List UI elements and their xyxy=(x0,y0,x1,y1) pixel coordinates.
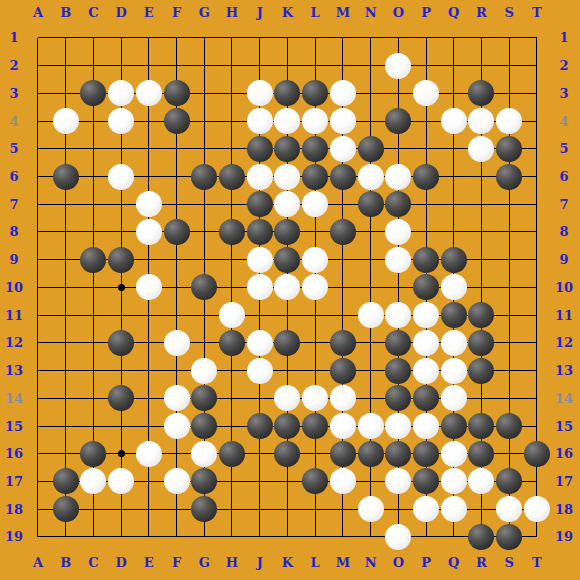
intersection-A1[interactable] xyxy=(24,24,52,52)
intersection-N11[interactable] xyxy=(357,301,385,329)
intersection-H1[interactable] xyxy=(218,24,246,52)
intersection-M2[interactable] xyxy=(329,52,357,80)
intersection-T2[interactable] xyxy=(523,52,551,80)
intersection-L6[interactable] xyxy=(301,163,329,191)
intersection-G2[interactable] xyxy=(190,52,218,80)
intersection-R2[interactable] xyxy=(468,52,496,80)
intersection-Q18[interactable] xyxy=(440,495,468,523)
intersection-F7[interactable] xyxy=(163,190,191,218)
intersection-S12[interactable] xyxy=(495,329,523,357)
intersection-T14[interactable] xyxy=(523,384,551,412)
intersection-J8[interactable] xyxy=(246,218,274,246)
intersection-R5[interactable] xyxy=(468,135,496,163)
intersection-F3[interactable] xyxy=(163,80,191,108)
intersection-H14[interactable] xyxy=(218,384,246,412)
intersection-B14[interactable] xyxy=(52,384,80,412)
intersection-A14[interactable] xyxy=(24,384,52,412)
intersection-A13[interactable] xyxy=(24,357,52,385)
intersection-P5[interactable] xyxy=(412,135,440,163)
intersection-B10[interactable] xyxy=(52,274,80,302)
intersection-P14[interactable] xyxy=(412,384,440,412)
intersection-H10[interactable] xyxy=(218,274,246,302)
intersection-R3[interactable] xyxy=(468,80,496,108)
intersection-K12[interactable] xyxy=(274,329,302,357)
intersection-O12[interactable] xyxy=(384,329,412,357)
intersection-B9[interactable] xyxy=(52,246,80,274)
intersection-A15[interactable] xyxy=(24,412,52,440)
intersection-A7[interactable] xyxy=(24,190,52,218)
intersection-E12[interactable] xyxy=(135,329,163,357)
intersection-E1[interactable] xyxy=(135,24,163,52)
intersection-O19[interactable] xyxy=(384,523,412,551)
intersection-S18[interactable] xyxy=(495,495,523,523)
intersection-Q11[interactable] xyxy=(440,301,468,329)
intersection-T15[interactable] xyxy=(523,412,551,440)
intersection-H11[interactable] xyxy=(218,301,246,329)
intersection-N1[interactable] xyxy=(357,24,385,52)
intersection-L15[interactable] xyxy=(301,412,329,440)
intersection-O1[interactable] xyxy=(384,24,412,52)
intersection-R6[interactable] xyxy=(468,163,496,191)
intersection-Q4[interactable] xyxy=(440,107,468,135)
intersection-L19[interactable] xyxy=(301,523,329,551)
intersection-O6[interactable] xyxy=(384,163,412,191)
intersection-M9[interactable] xyxy=(329,246,357,274)
intersection-O7[interactable] xyxy=(384,190,412,218)
intersection-M4[interactable] xyxy=(329,107,357,135)
intersection-D15[interactable] xyxy=(107,412,135,440)
intersection-F18[interactable] xyxy=(163,495,191,523)
intersection-B19[interactable] xyxy=(52,523,80,551)
intersection-C15[interactable] xyxy=(80,412,108,440)
intersection-C14[interactable] xyxy=(80,384,108,412)
intersection-O2[interactable] xyxy=(384,52,412,80)
intersection-M16[interactable] xyxy=(329,440,357,468)
intersection-D19[interactable] xyxy=(107,523,135,551)
intersection-B1[interactable] xyxy=(52,24,80,52)
intersection-G19[interactable] xyxy=(190,523,218,551)
intersection-D13[interactable] xyxy=(107,357,135,385)
intersection-O14[interactable] xyxy=(384,384,412,412)
intersection-C16[interactable] xyxy=(80,440,108,468)
intersection-R11[interactable] xyxy=(468,301,496,329)
intersection-M11[interactable] xyxy=(329,301,357,329)
intersection-A18[interactable] xyxy=(24,495,52,523)
intersection-M5[interactable] xyxy=(329,135,357,163)
intersection-B18[interactable] xyxy=(52,495,80,523)
intersection-P1[interactable] xyxy=(412,24,440,52)
intersection-G1[interactable] xyxy=(190,24,218,52)
intersection-M3[interactable] xyxy=(329,80,357,108)
intersection-M6[interactable] xyxy=(329,163,357,191)
intersection-H6[interactable] xyxy=(218,163,246,191)
intersection-N19[interactable] xyxy=(357,523,385,551)
intersection-S7[interactable] xyxy=(495,190,523,218)
intersection-F19[interactable] xyxy=(163,523,191,551)
intersection-D8[interactable] xyxy=(107,218,135,246)
intersection-K13[interactable] xyxy=(274,357,302,385)
intersection-S13[interactable] xyxy=(495,357,523,385)
intersection-J5[interactable] xyxy=(246,135,274,163)
intersection-K4[interactable] xyxy=(274,107,302,135)
intersection-J2[interactable] xyxy=(246,52,274,80)
intersection-P4[interactable] xyxy=(412,107,440,135)
intersection-E5[interactable] xyxy=(135,135,163,163)
intersection-O13[interactable] xyxy=(384,357,412,385)
intersection-L18[interactable] xyxy=(301,495,329,523)
intersection-O15[interactable] xyxy=(384,412,412,440)
intersection-S19[interactable] xyxy=(495,523,523,551)
intersection-B4[interactable] xyxy=(52,107,80,135)
intersection-R13[interactable] xyxy=(468,357,496,385)
intersection-R18[interactable] xyxy=(468,495,496,523)
intersection-T16[interactable] xyxy=(523,440,551,468)
intersection-A6[interactable] xyxy=(24,163,52,191)
intersection-A12[interactable] xyxy=(24,329,52,357)
intersection-C1[interactable] xyxy=(80,24,108,52)
intersection-J4[interactable] xyxy=(246,107,274,135)
intersection-D14[interactable] xyxy=(107,384,135,412)
intersection-B6[interactable] xyxy=(52,163,80,191)
intersection-Q12[interactable] xyxy=(440,329,468,357)
intersection-G4[interactable] xyxy=(190,107,218,135)
intersection-A4[interactable] xyxy=(24,107,52,135)
intersection-B8[interactable] xyxy=(52,218,80,246)
intersection-H4[interactable] xyxy=(218,107,246,135)
intersection-R19[interactable] xyxy=(468,523,496,551)
intersection-T5[interactable] xyxy=(523,135,551,163)
intersection-D9[interactable] xyxy=(107,246,135,274)
intersection-H9[interactable] xyxy=(218,246,246,274)
intersection-G8[interactable] xyxy=(190,218,218,246)
intersection-P6[interactable] xyxy=(412,163,440,191)
intersection-J17[interactable] xyxy=(246,468,274,496)
intersection-B17[interactable] xyxy=(52,468,80,496)
intersection-L1[interactable] xyxy=(301,24,329,52)
intersection-M18[interactable] xyxy=(329,495,357,523)
intersection-K5[interactable] xyxy=(274,135,302,163)
intersection-J11[interactable] xyxy=(246,301,274,329)
intersection-S8[interactable] xyxy=(495,218,523,246)
intersection-A5[interactable] xyxy=(24,135,52,163)
intersection-E2[interactable] xyxy=(135,52,163,80)
intersection-G9[interactable] xyxy=(190,246,218,274)
intersection-J10[interactable] xyxy=(246,274,274,302)
intersection-F11[interactable] xyxy=(163,301,191,329)
intersection-M14[interactable] xyxy=(329,384,357,412)
intersection-Q15[interactable] xyxy=(440,412,468,440)
intersection-H16[interactable] xyxy=(218,440,246,468)
intersection-L13[interactable] xyxy=(301,357,329,385)
intersection-R17[interactable] xyxy=(468,468,496,496)
intersection-M13[interactable] xyxy=(329,357,357,385)
intersection-G11[interactable] xyxy=(190,301,218,329)
intersection-G6[interactable] xyxy=(190,163,218,191)
intersection-T6[interactable] xyxy=(523,163,551,191)
intersection-D18[interactable] xyxy=(107,495,135,523)
intersection-S4[interactable] xyxy=(495,107,523,135)
intersection-K19[interactable] xyxy=(274,523,302,551)
intersection-M8[interactable] xyxy=(329,218,357,246)
intersection-P9[interactable] xyxy=(412,246,440,274)
intersection-H3[interactable] xyxy=(218,80,246,108)
intersection-C4[interactable] xyxy=(80,107,108,135)
intersection-N15[interactable] xyxy=(357,412,385,440)
intersection-A3[interactable] xyxy=(24,80,52,108)
intersection-O4[interactable] xyxy=(384,107,412,135)
intersection-R9[interactable] xyxy=(468,246,496,274)
intersection-L10[interactable] xyxy=(301,274,329,302)
intersection-E16[interactable] xyxy=(135,440,163,468)
intersection-D4[interactable] xyxy=(107,107,135,135)
intersection-P12[interactable] xyxy=(412,329,440,357)
intersection-P11[interactable] xyxy=(412,301,440,329)
intersection-S16[interactable] xyxy=(495,440,523,468)
intersection-E14[interactable] xyxy=(135,384,163,412)
intersection-P16[interactable] xyxy=(412,440,440,468)
intersection-O3[interactable] xyxy=(384,80,412,108)
intersection-E18[interactable] xyxy=(135,495,163,523)
intersection-S1[interactable] xyxy=(495,24,523,52)
intersection-E3[interactable] xyxy=(135,80,163,108)
intersection-L2[interactable] xyxy=(301,52,329,80)
intersection-C11[interactable] xyxy=(80,301,108,329)
intersection-B13[interactable] xyxy=(52,357,80,385)
intersection-D7[interactable] xyxy=(107,190,135,218)
intersection-J9[interactable] xyxy=(246,246,274,274)
intersection-E13[interactable] xyxy=(135,357,163,385)
intersection-O8[interactable] xyxy=(384,218,412,246)
intersection-O5[interactable] xyxy=(384,135,412,163)
intersection-A10[interactable] xyxy=(24,274,52,302)
intersection-J3[interactable] xyxy=(246,80,274,108)
intersection-G7[interactable] xyxy=(190,190,218,218)
intersection-F13[interactable] xyxy=(163,357,191,385)
intersection-K17[interactable] xyxy=(274,468,302,496)
intersection-F15[interactable] xyxy=(163,412,191,440)
intersection-F14[interactable] xyxy=(163,384,191,412)
intersection-P19[interactable] xyxy=(412,523,440,551)
intersection-L4[interactable] xyxy=(301,107,329,135)
intersection-Q8[interactable] xyxy=(440,218,468,246)
intersection-P10[interactable] xyxy=(412,274,440,302)
intersection-O16[interactable] xyxy=(384,440,412,468)
intersection-M19[interactable] xyxy=(329,523,357,551)
intersection-N6[interactable] xyxy=(357,163,385,191)
intersection-N9[interactable] xyxy=(357,246,385,274)
intersection-G15[interactable] xyxy=(190,412,218,440)
intersection-K15[interactable] xyxy=(274,412,302,440)
intersection-N3[interactable] xyxy=(357,80,385,108)
intersection-B3[interactable] xyxy=(52,80,80,108)
intersection-B11[interactable] xyxy=(52,301,80,329)
intersection-D2[interactable] xyxy=(107,52,135,80)
intersection-E8[interactable] xyxy=(135,218,163,246)
intersection-P18[interactable] xyxy=(412,495,440,523)
intersection-G10[interactable] xyxy=(190,274,218,302)
intersection-Q16[interactable] xyxy=(440,440,468,468)
intersection-S14[interactable] xyxy=(495,384,523,412)
intersection-L3[interactable] xyxy=(301,80,329,108)
intersection-T7[interactable] xyxy=(523,190,551,218)
intersection-E4[interactable] xyxy=(135,107,163,135)
intersection-P8[interactable] xyxy=(412,218,440,246)
intersection-P15[interactable] xyxy=(412,412,440,440)
intersection-M1[interactable] xyxy=(329,24,357,52)
intersection-N8[interactable] xyxy=(357,218,385,246)
intersection-T8[interactable] xyxy=(523,218,551,246)
intersection-A17[interactable] xyxy=(24,468,52,496)
intersection-L9[interactable] xyxy=(301,246,329,274)
intersection-J16[interactable] xyxy=(246,440,274,468)
intersection-M15[interactable] xyxy=(329,412,357,440)
intersection-K11[interactable] xyxy=(274,301,302,329)
intersection-N18[interactable] xyxy=(357,495,385,523)
intersection-P7[interactable] xyxy=(412,190,440,218)
intersection-C5[interactable] xyxy=(80,135,108,163)
intersection-A16[interactable] xyxy=(24,440,52,468)
intersection-S10[interactable] xyxy=(495,274,523,302)
intersection-F1[interactable] xyxy=(163,24,191,52)
intersection-D1[interactable] xyxy=(107,24,135,52)
intersection-R10[interactable] xyxy=(468,274,496,302)
intersection-T10[interactable] xyxy=(523,274,551,302)
intersection-T1[interactable] xyxy=(523,24,551,52)
intersection-A8[interactable] xyxy=(24,218,52,246)
intersection-H17[interactable] xyxy=(218,468,246,496)
intersection-N2[interactable] xyxy=(357,52,385,80)
intersection-T13[interactable] xyxy=(523,357,551,385)
intersection-Q6[interactable] xyxy=(440,163,468,191)
intersection-A11[interactable] xyxy=(24,301,52,329)
intersection-N12[interactable] xyxy=(357,329,385,357)
intersection-Q3[interactable] xyxy=(440,80,468,108)
intersection-J18[interactable] xyxy=(246,495,274,523)
intersection-R12[interactable] xyxy=(468,329,496,357)
intersection-M17[interactable] xyxy=(329,468,357,496)
intersection-G14[interactable] xyxy=(190,384,218,412)
intersection-M10[interactable] xyxy=(329,274,357,302)
intersection-Q7[interactable] xyxy=(440,190,468,218)
intersection-E6[interactable] xyxy=(135,163,163,191)
intersection-D3[interactable] xyxy=(107,80,135,108)
intersection-D5[interactable] xyxy=(107,135,135,163)
intersection-H8[interactable] xyxy=(218,218,246,246)
intersection-R8[interactable] xyxy=(468,218,496,246)
intersection-J7[interactable] xyxy=(246,190,274,218)
intersection-N17[interactable] xyxy=(357,468,385,496)
intersection-Q10[interactable] xyxy=(440,274,468,302)
intersection-D11[interactable] xyxy=(107,301,135,329)
intersection-O18[interactable] xyxy=(384,495,412,523)
intersection-J12[interactable] xyxy=(246,329,274,357)
intersection-L8[interactable] xyxy=(301,218,329,246)
intersection-O10[interactable] xyxy=(384,274,412,302)
intersection-L16[interactable] xyxy=(301,440,329,468)
intersection-M12[interactable] xyxy=(329,329,357,357)
intersection-C19[interactable] xyxy=(80,523,108,551)
intersection-S17[interactable] xyxy=(495,468,523,496)
intersection-J13[interactable] xyxy=(246,357,274,385)
intersection-F9[interactable] xyxy=(163,246,191,274)
intersection-E19[interactable] xyxy=(135,523,163,551)
intersection-T4[interactable] xyxy=(523,107,551,135)
intersection-K7[interactable] xyxy=(274,190,302,218)
intersection-M7[interactable] xyxy=(329,190,357,218)
intersection-C6[interactable] xyxy=(80,163,108,191)
intersection-K9[interactable] xyxy=(274,246,302,274)
intersection-Q13[interactable] xyxy=(440,357,468,385)
intersection-F5[interactable] xyxy=(163,135,191,163)
intersection-N14[interactable] xyxy=(357,384,385,412)
intersection-B2[interactable] xyxy=(52,52,80,80)
intersection-K16[interactable] xyxy=(274,440,302,468)
intersection-K6[interactable] xyxy=(274,163,302,191)
intersection-N7[interactable] xyxy=(357,190,385,218)
intersection-A9[interactable] xyxy=(24,246,52,274)
intersection-D6[interactable] xyxy=(107,163,135,191)
intersection-L12[interactable] xyxy=(301,329,329,357)
intersection-G17[interactable] xyxy=(190,468,218,496)
intersection-S9[interactable] xyxy=(495,246,523,274)
intersection-D12[interactable] xyxy=(107,329,135,357)
intersection-B12[interactable] xyxy=(52,329,80,357)
intersection-K3[interactable] xyxy=(274,80,302,108)
intersection-K1[interactable] xyxy=(274,24,302,52)
intersection-E9[interactable] xyxy=(135,246,163,274)
intersection-N4[interactable] xyxy=(357,107,385,135)
intersection-F16[interactable] xyxy=(163,440,191,468)
intersection-R16[interactable] xyxy=(468,440,496,468)
intersection-G3[interactable] xyxy=(190,80,218,108)
intersection-F10[interactable] xyxy=(163,274,191,302)
intersection-C18[interactable] xyxy=(80,495,108,523)
intersection-G13[interactable] xyxy=(190,357,218,385)
intersection-J1[interactable] xyxy=(246,24,274,52)
intersection-P17[interactable] xyxy=(412,468,440,496)
intersection-H15[interactable] xyxy=(218,412,246,440)
intersection-H13[interactable] xyxy=(218,357,246,385)
intersection-F6[interactable] xyxy=(163,163,191,191)
intersection-Q19[interactable] xyxy=(440,523,468,551)
intersection-P2[interactable] xyxy=(412,52,440,80)
intersection-J19[interactable] xyxy=(246,523,274,551)
intersection-R1[interactable] xyxy=(468,24,496,52)
intersection-L5[interactable] xyxy=(301,135,329,163)
intersection-R7[interactable] xyxy=(468,190,496,218)
intersection-S11[interactable] xyxy=(495,301,523,329)
intersection-Q1[interactable] xyxy=(440,24,468,52)
intersection-F2[interactable] xyxy=(163,52,191,80)
intersection-C7[interactable] xyxy=(80,190,108,218)
intersection-F8[interactable] xyxy=(163,218,191,246)
intersection-C13[interactable] xyxy=(80,357,108,385)
intersection-G5[interactable] xyxy=(190,135,218,163)
intersection-P3[interactable] xyxy=(412,80,440,108)
intersection-S6[interactable] xyxy=(495,163,523,191)
intersection-T9[interactable] xyxy=(523,246,551,274)
intersection-L7[interactable] xyxy=(301,190,329,218)
intersection-K18[interactable] xyxy=(274,495,302,523)
intersection-E11[interactable] xyxy=(135,301,163,329)
intersection-H2[interactable] xyxy=(218,52,246,80)
intersection-J6[interactable] xyxy=(246,163,274,191)
intersection-S2[interactable] xyxy=(495,52,523,80)
intersection-D16[interactable] xyxy=(107,440,135,468)
intersection-C3[interactable] xyxy=(80,80,108,108)
intersection-K14[interactable] xyxy=(274,384,302,412)
intersection-S15[interactable] xyxy=(495,412,523,440)
